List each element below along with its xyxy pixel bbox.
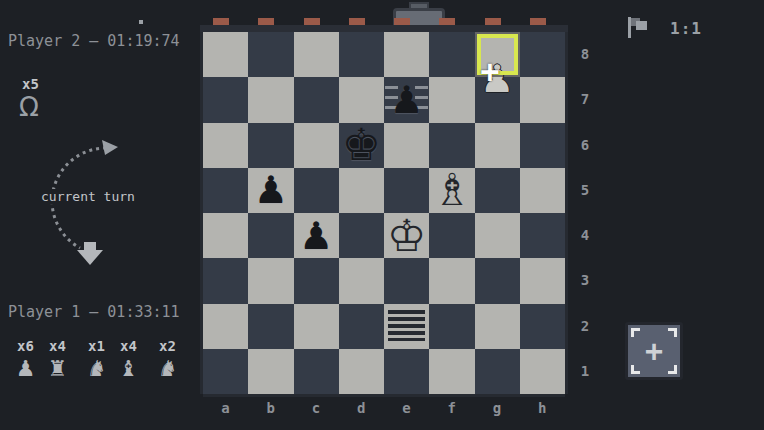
square-f5[interactable]: ♗ [429, 168, 474, 213]
rank-label-7: 7 [575, 91, 595, 107]
square-h8[interactable] [520, 32, 565, 77]
knight-icon: ♞ [154, 357, 181, 381]
tray-count: x4 [49, 338, 66, 354]
square-c7[interactable] [294, 77, 339, 122]
white-king[interactable]: ♔ [387, 214, 426, 258]
square-h2[interactable] [520, 304, 565, 349]
tray-slot-knight-4[interactable]: x2♞ [154, 336, 181, 381]
file-label-a: a [203, 400, 248, 416]
square-d6[interactable]: ♚ [339, 123, 384, 168]
square-f1[interactable] [429, 349, 474, 394]
tray-count: x6 [17, 338, 34, 354]
player2-piece-outline-icon[interactable]: Ω [19, 94, 39, 120]
square-b4[interactable] [248, 213, 293, 258]
player2-clock: Player 2 – 01:19:74 [8, 32, 180, 50]
corner-bracket-icon [668, 328, 677, 337]
game-screen: Player 2 – 01:19:74 x5 Ω current turn Pl… [0, 0, 764, 430]
square-d7[interactable] [339, 77, 384, 122]
square-a8[interactable] [203, 32, 248, 77]
square-h4[interactable] [520, 213, 565, 258]
square-c6[interactable] [294, 123, 339, 168]
square-g4[interactable] [475, 213, 520, 258]
black-pawn[interactable]: ♟ [254, 171, 288, 209]
rank-label-6: 6 [575, 137, 595, 153]
square-g2[interactable] [475, 304, 520, 349]
board-top-edge [200, 25, 568, 32]
square-f8[interactable] [429, 32, 474, 77]
score-value: 1:1 [670, 19, 702, 38]
rank-label-8: 8 [575, 46, 595, 62]
player1-piece-tray: x6♟x4♜x1♞x4♝x2♞ [12, 336, 186, 381]
file-label-h: h [520, 400, 565, 416]
player1-name: Player 1 [8, 303, 80, 321]
square-a4[interactable] [203, 213, 248, 258]
pawn-icon: ♟ [12, 357, 39, 381]
plus-icon: + [645, 336, 663, 366]
square-c2[interactable] [294, 304, 339, 349]
square-d3[interactable] [339, 258, 384, 303]
chess-board-area: ♟♟♚♟♗♟♔+ 87654321 abcdefgh [203, 0, 603, 430]
square-e5[interactable] [384, 168, 429, 213]
player2-separator: – [89, 32, 98, 50]
file-label-g: g [475, 400, 520, 416]
square-f3[interactable] [429, 258, 474, 303]
white-bishop[interactable]: ♗ [432, 168, 471, 212]
square-b1[interactable] [248, 349, 293, 394]
square-b7[interactable] [248, 77, 293, 122]
square-b6[interactable] [248, 123, 293, 168]
square-d8[interactable] [339, 32, 384, 77]
square-f4[interactable] [429, 213, 474, 258]
square-g6[interactable] [475, 123, 520, 168]
tray-slot-pawn-0[interactable]: x6♟ [12, 336, 39, 381]
square-e3[interactable] [384, 258, 429, 303]
turn-arrow-down-icon [77, 250, 103, 265]
player2-time: 01:19:74 [107, 32, 179, 50]
square-b2[interactable] [248, 304, 293, 349]
square-e8[interactable] [384, 32, 429, 77]
corner-bracket-icon [631, 365, 640, 374]
square-d5[interactable] [339, 168, 384, 213]
rank-label-4: 4 [575, 227, 595, 243]
black-king[interactable]: ♚ [342, 123, 381, 167]
square-g3[interactable] [475, 258, 520, 303]
square-e7[interactable]: ♟ [384, 77, 429, 122]
square-a1[interactable] [203, 349, 248, 394]
square-f7[interactable] [429, 77, 474, 122]
square-a6[interactable] [203, 123, 248, 168]
file-label-e: e [384, 400, 429, 416]
barrier-lines [388, 310, 425, 341]
tray-slot-knight-2[interactable]: x1♞ [83, 336, 110, 381]
square-a3[interactable] [203, 258, 248, 303]
player1-time: 01:33:11 [107, 303, 179, 321]
square-c4[interactable]: ♟ [294, 213, 339, 258]
square-a7[interactable] [203, 77, 248, 122]
arc-arrowhead-icon [102, 140, 118, 155]
square-b3[interactable] [248, 258, 293, 303]
flag-icon [628, 17, 652, 39]
square-e1[interactable] [384, 349, 429, 394]
decorative-dot [139, 20, 143, 24]
rank-label-5: 5 [575, 182, 595, 198]
black-pawn-spider[interactable]: ♟ [390, 81, 424, 119]
square-g1[interactable] [475, 349, 520, 394]
add-button[interactable]: + [625, 322, 683, 380]
chess-board: ♟♟♚♟♗♟♔+ [203, 32, 565, 394]
square-a5[interactable] [203, 168, 248, 213]
square-d4[interactable] [339, 213, 384, 258]
square-h3[interactable] [520, 258, 565, 303]
player2-reserve-count: x5 [22, 76, 39, 92]
square-a2[interactable] [203, 304, 248, 349]
file-label-d: d [339, 400, 384, 416]
rank-label-2: 2 [575, 318, 595, 334]
corner-bracket-icon [668, 365, 677, 374]
rook-icon: ♜ [44, 357, 71, 381]
rank-label-3: 3 [575, 272, 595, 288]
tray-count: x4 [120, 338, 137, 354]
square-g5[interactable] [475, 168, 520, 213]
tray-slot-rook-1[interactable]: x4♜ [44, 336, 71, 381]
tray-count: x1 [88, 338, 105, 354]
square-e2[interactable] [384, 304, 429, 349]
rank-label-1: 1 [575, 363, 595, 379]
square-c1[interactable] [294, 349, 339, 394]
player2-name: Player 2 [8, 32, 80, 50]
file-label-f: f [429, 400, 474, 416]
square-h5[interactable] [520, 168, 565, 213]
black-pawn[interactable]: ♟ [299, 217, 333, 255]
square-b8[interactable] [248, 32, 293, 77]
knight-icon: ♞ [83, 357, 110, 381]
file-label-b: b [248, 400, 293, 416]
square-h1[interactable] [520, 349, 565, 394]
current-turn-label: current turn [39, 189, 137, 204]
square-e6[interactable] [384, 123, 429, 168]
square-b5[interactable]: ♟ [248, 168, 293, 213]
square-h7[interactable] [520, 77, 565, 122]
bishop-icon: ♝ [115, 357, 142, 381]
square-e4[interactable]: ♔ [384, 213, 429, 258]
square-f2[interactable] [429, 304, 474, 349]
file-label-c: c [294, 400, 339, 416]
crosshair-cursor-icon: + [475, 56, 505, 86]
square-c8[interactable] [294, 32, 339, 77]
square-c5[interactable] [294, 168, 339, 213]
square-f6[interactable] [429, 123, 474, 168]
corner-bracket-icon [631, 328, 640, 337]
square-c3[interactable] [294, 258, 339, 303]
square-d2[interactable] [339, 304, 384, 349]
tray-count: x2 [159, 338, 176, 354]
square-d1[interactable] [339, 349, 384, 394]
player1-clock: Player 1 – 01:33:11 [8, 303, 180, 321]
player1-separator: – [89, 303, 98, 321]
tray-slot-bishop-3[interactable]: x4♝ [115, 336, 142, 381]
square-h6[interactable] [520, 123, 565, 168]
